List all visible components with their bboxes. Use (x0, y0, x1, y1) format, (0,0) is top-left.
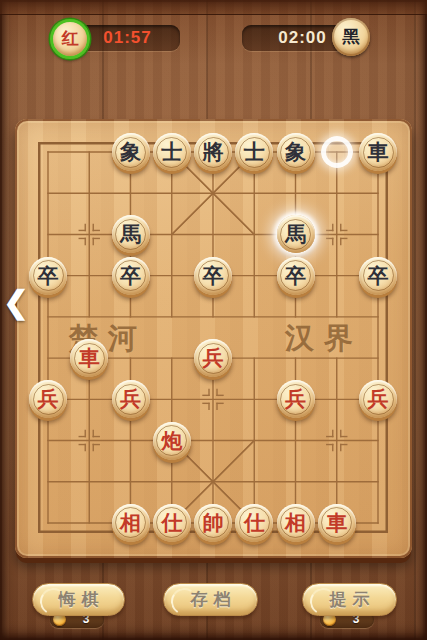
piece-char: 卒 (29, 257, 67, 295)
piece-red-帥[interactable]: 帥 (194, 504, 232, 542)
piece-char: 兵 (277, 380, 315, 418)
piece-black-象[interactable]: 象 (112, 133, 150, 171)
piece-char: 車 (318, 504, 356, 542)
piece-char: 象 (112, 133, 150, 171)
piece-black-車[interactable]: 車 (359, 133, 397, 171)
piece-char: 炮 (153, 422, 191, 460)
piece-black-將[interactable]: 將 (194, 133, 232, 171)
piece-char: 馬 (112, 215, 150, 253)
save-label: 存档 (185, 590, 237, 609)
piece-char: 馬 (277, 215, 315, 253)
piece-red-仕[interactable]: 仕 (235, 504, 273, 542)
undo-label: 悔棋 (53, 590, 105, 609)
piece-char: 車 (70, 339, 108, 377)
piece-black-卒[interactable]: 卒 (359, 257, 397, 295)
piece-red-炮[interactable]: 炮 (153, 422, 191, 460)
piece-char: 士 (235, 133, 273, 171)
piece-char: 卒 (359, 257, 397, 295)
top-bar-strip (0, 0, 427, 15)
hint-button[interactable]: 提示 (302, 583, 397, 616)
piece-char: 兵 (194, 339, 232, 377)
red-piece-label: 红 (53, 22, 87, 56)
red-timer: 01:57 (75, 25, 180, 51)
piece-red-兵[interactable]: 兵 (194, 339, 232, 377)
red-player-indicator: 红 (50, 19, 90, 59)
piece-char: 兵 (359, 380, 397, 418)
piece-black-卒[interactable]: 卒 (29, 257, 67, 295)
piece-red-車[interactable]: 車 (318, 504, 356, 542)
piece-char: 相 (112, 504, 150, 542)
piece-char: 卒 (194, 257, 232, 295)
piece-red-仕[interactable]: 仕 (153, 504, 191, 542)
piece-char: 將 (194, 133, 232, 171)
piece-black-馬[interactable]: 馬 (112, 215, 150, 253)
xiangqi-app: 01:57 红 02:00 黑 楚河 汉界 象士將士象車馬馬卒卒卒卒卒車兵兵兵兵… (0, 0, 427, 640)
piece-red-兵[interactable]: 兵 (359, 380, 397, 418)
piece-black-馬[interactable]: 馬 (277, 215, 315, 253)
piece-black-士[interactable]: 士 (235, 133, 273, 171)
piece-red-兵[interactable]: 兵 (277, 380, 315, 418)
piece-red-車[interactable]: 車 (70, 339, 108, 377)
piece-char: 仕 (235, 504, 273, 542)
piece-char: 士 (153, 133, 191, 171)
piece-red-相[interactable]: 相 (112, 504, 150, 542)
piece-red-相[interactable]: 相 (277, 504, 315, 542)
save-button[interactable]: 存档 (163, 583, 258, 616)
undo-button[interactable]: 悔棋 (32, 583, 125, 616)
piece-red-兵[interactable]: 兵 (29, 380, 67, 418)
piece-black-卒[interactable]: 卒 (194, 257, 232, 295)
piece-char: 卒 (112, 257, 150, 295)
piece-char: 卒 (277, 257, 315, 295)
black-player-indicator: 黑 (332, 18, 370, 56)
piece-black-象[interactable]: 象 (277, 133, 315, 171)
piece-red-兵[interactable]: 兵 (112, 380, 150, 418)
last-move-origin-marker (321, 136, 353, 168)
river-label-right: 汉界 (278, 321, 370, 355)
piece-char: 帥 (194, 504, 232, 542)
piece-black-士[interactable]: 士 (153, 133, 191, 171)
piece-char: 兵 (112, 380, 150, 418)
piece-char: 兵 (29, 380, 67, 418)
piece-black-卒[interactable]: 卒 (112, 257, 150, 295)
piece-char: 象 (277, 133, 315, 171)
piece-char: 車 (359, 133, 397, 171)
hint-label: 提示 (324, 590, 376, 609)
piece-char: 相 (277, 504, 315, 542)
piece-char: 仕 (153, 504, 191, 542)
red-time-text: 01:57 (75, 25, 180, 51)
chevron-left-icon: ❮ (3, 285, 29, 320)
black-piece-label: 黑 (332, 18, 370, 56)
back-chevron-button[interactable]: ❮ (2, 282, 30, 324)
piece-black-卒[interactable]: 卒 (277, 257, 315, 295)
